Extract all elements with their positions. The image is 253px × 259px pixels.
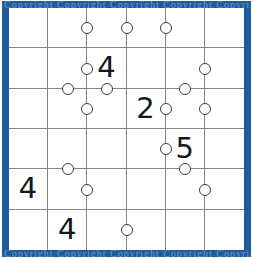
cell-r3c2[interactable] — [48, 89, 87, 129]
puzzle-board: Copyright Copyright Copyright Copyright … — [0, 0, 253, 259]
cell-r2c4[interactable] — [127, 48, 166, 88]
cell-r3c4[interactable]: 2 — [127, 89, 166, 129]
cell-r6c1[interactable] — [9, 210, 48, 250]
cell-r3c5[interactable] — [166, 89, 205, 129]
cell-r4c3[interactable] — [87, 129, 126, 169]
cell-r4c4[interactable] — [127, 129, 166, 169]
cell-r3c3[interactable] — [87, 89, 126, 129]
cell-r3c1[interactable] — [9, 89, 48, 129]
cell-r5c1[interactable]: 4 — [9, 169, 48, 209]
cell-r4c6[interactable] — [205, 129, 244, 169]
cell-r2c1[interactable] — [9, 48, 48, 88]
cell-r2c5[interactable] — [166, 48, 205, 88]
cell-r4c1[interactable] — [9, 129, 48, 169]
cell-r1c3[interactable] — [87, 8, 126, 48]
given-digit: 4 — [19, 174, 37, 203]
cell-r2c3[interactable]: 4 — [87, 48, 126, 88]
cell-r6c4[interactable] — [127, 210, 166, 250]
cell-r6c5[interactable] — [166, 210, 205, 250]
cell-r5c6[interactable] — [205, 169, 244, 209]
given-digit: 4 — [97, 53, 115, 82]
cell-r5c5[interactable] — [166, 169, 205, 209]
cell-r1c6[interactable] — [205, 8, 244, 48]
cell-r5c3[interactable] — [87, 169, 126, 209]
cell-r2c2[interactable] — [48, 48, 87, 88]
cell-r5c4[interactable] — [127, 169, 166, 209]
cell-r4c2[interactable] — [48, 129, 87, 169]
cell-r1c1[interactable] — [9, 8, 48, 48]
cell-r6c3[interactable] — [87, 210, 126, 250]
cell-r3c6[interactable] — [205, 89, 244, 129]
cell-r5c2[interactable] — [48, 169, 87, 209]
cell-r6c6[interactable] — [205, 210, 244, 250]
cell-r1c2[interactable] — [48, 8, 87, 48]
given-digit: 2 — [136, 94, 154, 123]
cell-r1c5[interactable] — [166, 8, 205, 48]
given-digit: 5 — [176, 134, 194, 163]
cell-r1c4[interactable] — [127, 8, 166, 48]
given-digit: 4 — [58, 215, 76, 244]
cell-r4c5[interactable]: 5 — [166, 129, 205, 169]
cell-r2c6[interactable] — [205, 48, 244, 88]
sudoku-grid: 42544 — [9, 8, 244, 250]
cell-r6c2[interactable]: 4 — [48, 210, 87, 250]
